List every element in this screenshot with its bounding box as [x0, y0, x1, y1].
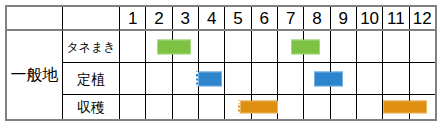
sowing-month-cell-12 [409, 31, 435, 62]
harvest-bar-track [119, 95, 435, 119]
planting-bar-2 [314, 71, 343, 86]
sowing-month-cell-6 [251, 31, 277, 62]
harvest-month-cell-3 [172, 95, 198, 119]
harvest-month-cell-1 [120, 95, 145, 119]
row-label-harvest: 収穫 [62, 95, 119, 119]
sowing-bar-1 [157, 39, 191, 54]
month-header-8: 8 [303, 7, 329, 29]
month-header-9: 9 [330, 7, 356, 29]
month-header-3: 3 [172, 7, 198, 29]
row-label-sowing: タネまき [62, 31, 119, 63]
header-corner-region [7, 7, 62, 31]
month-header-12: 12 [409, 7, 435, 29]
calendar-table: 123456789101112 一般地 タネまき 定植 収穫 [5, 5, 437, 121]
header-corner-task [62, 7, 119, 31]
harvest-bar-1 [238, 101, 277, 114]
month-header-10: 10 [356, 7, 382, 29]
harvest-month-cell-8 [303, 95, 329, 119]
row-label-planting: 定植 [62, 63, 119, 95]
harvest-month-cell-9 [330, 95, 356, 119]
planting-month-cell-10 [356, 63, 382, 94]
planting-month-cell-7 [277, 63, 303, 94]
harvest-month-cell-10 [356, 95, 382, 119]
month-header-7: 7 [277, 7, 303, 29]
planting-month-cell-11 [382, 63, 408, 94]
planting-bar-track [119, 63, 435, 95]
month-header-row: 123456789101112 [119, 7, 435, 31]
sowing-month-cell-10 [356, 31, 382, 62]
region-cell: 一般地 [7, 31, 62, 119]
harvest-bar-2 [383, 101, 428, 114]
planting-month-cell-1 [120, 63, 145, 94]
planting-month-cell-5 [224, 63, 250, 94]
harvest-month-cell-2 [145, 95, 171, 119]
planting-calendar: 123456789101112 一般地 タネまき 定植 収穫 [0, 0, 440, 130]
harvest-month-cell-4 [198, 95, 224, 119]
month-header-5: 5 [224, 7, 250, 29]
month-header-1: 1 [120, 7, 145, 29]
sowing-month-cell-9 [330, 31, 356, 62]
planting-month-cell-6 [251, 63, 277, 94]
sowing-month-cell-11 [382, 31, 408, 62]
planting-month-cell-12 [409, 63, 435, 94]
sowing-month-cell-5 [224, 31, 250, 62]
planting-month-cell-3 [172, 63, 198, 94]
sowing-bar-track [119, 31, 435, 63]
planting-month-cell-2 [145, 63, 171, 94]
sowing-month-cell-4 [198, 31, 224, 62]
month-header-4: 4 [198, 7, 224, 29]
sowing-bar-2 [291, 39, 320, 54]
sowing-month-cell-1 [120, 31, 145, 62]
harvest-month-cell-7 [277, 95, 303, 119]
month-header-6: 6 [251, 7, 277, 29]
planting-bar-1 [196, 71, 222, 86]
month-header-11: 11 [382, 7, 408, 29]
month-header-2: 2 [145, 7, 171, 29]
